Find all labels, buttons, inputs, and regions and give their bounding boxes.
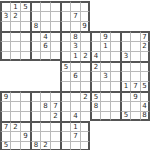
cell-r5c4[interactable] (40, 51, 50, 61)
cell-r2c7[interactable] (70, 21, 80, 31)
outside-area (130, 11, 140, 21)
cell-r0c3[interactable] (30, 1, 40, 11)
cell-r8c6[interactable] (60, 81, 70, 91)
cell-r8c7[interactable] (70, 81, 80, 91)
cell-r2c1[interactable] (10, 21, 20, 31)
cell-r1c3[interactable] (30, 11, 40, 21)
cell-r6c6: 5 (60, 61, 70, 71)
cell-r11c10[interactable] (100, 111, 110, 121)
cell-r11c5: 2 (50, 111, 60, 121)
cell-r5c6[interactable] (60, 51, 70, 61)
cell-r1c5[interactable] (50, 11, 60, 21)
given-digit: 8 (43, 103, 47, 110)
cell-r7c13[interactable] (130, 71, 140, 81)
cell-r0c4[interactable] (40, 1, 50, 11)
given-digit: 8 (142, 112, 146, 119)
outside-area (140, 21, 150, 31)
given-digit: 6 (43, 43, 47, 50)
cell-r10c11[interactable] (110, 101, 120, 111)
given-digit: 2 (13, 13, 17, 20)
cell-r7c11[interactable] (110, 71, 120, 81)
given-digit: 4 (94, 53, 98, 60)
cell-r4c3[interactable] (30, 41, 40, 51)
cell-r13c7: 7 (70, 131, 80, 141)
cell-r11c13[interactable] (130, 111, 140, 121)
given-digit: 5 (4, 142, 8, 149)
given-digit: 1 (73, 53, 77, 60)
cell-r0c6[interactable] (60, 1, 70, 11)
puzzle-image: 1532789489763121243526317592598784245872… (0, 0, 150, 150)
outside-area (110, 141, 120, 150)
outside-area (120, 121, 130, 131)
given-digit: 2 (43, 142, 47, 149)
cell-r6c11[interactable] (110, 61, 120, 71)
cell-r5c3[interactable] (30, 51, 40, 61)
outside-area (10, 71, 20, 81)
given-digit: 9 (133, 94, 137, 101)
given-digit: 2 (142, 43, 146, 50)
cell-r3c9[interactable] (90, 31, 100, 41)
cell-r6c7[interactable] (70, 61, 80, 71)
cell-r12c5[interactable] (50, 121, 60, 131)
cell-r4c10: 1 (100, 41, 110, 51)
cell-r13c6[interactable] (60, 131, 70, 141)
given-digit: 2 (13, 124, 17, 131)
cell-r10c5: 7 (50, 101, 60, 111)
cell-r2c8: 9 (80, 21, 90, 31)
cell-r0c2: 5 (20, 1, 30, 11)
cell-r14c2[interactable] (20, 141, 30, 150)
cell-r1c8[interactable] (80, 11, 90, 21)
cell-r3c5[interactable] (50, 31, 60, 41)
outside-area (10, 61, 20, 71)
cell-r12c4[interactable] (40, 121, 50, 131)
cell-r2c0[interactable] (0, 21, 10, 31)
given-digit: 5 (124, 112, 128, 119)
cell-r8c13: 7 (130, 81, 140, 91)
outside-area (140, 1, 150, 11)
cell-r9c6[interactable] (60, 91, 70, 101)
cell-r9c2[interactable] (20, 91, 30, 101)
cell-r3c14: 7 (140, 31, 150, 41)
outside-area (30, 61, 40, 71)
outside-area (110, 131, 120, 141)
cell-r10c13[interactable] (130, 101, 140, 111)
given-digit: 3 (124, 53, 128, 60)
cell-r5c2[interactable] (20, 51, 30, 61)
cell-r8c14: 5 (140, 81, 150, 91)
cell-r14c0: 5 (0, 141, 10, 150)
cell-r7c12[interactable] (120, 71, 130, 81)
cell-r12c3[interactable] (30, 121, 40, 131)
cell-r4c2[interactable] (20, 41, 30, 51)
outside-area (130, 1, 140, 11)
cell-r5c1[interactable] (10, 51, 20, 61)
outside-area (120, 1, 130, 11)
outside-area (130, 21, 140, 31)
cell-r4c13[interactable] (130, 41, 140, 51)
cell-r9c13: 9 (130, 91, 140, 101)
cell-r0c7[interactable] (70, 1, 80, 11)
cell-r14c4: 2 (40, 141, 50, 150)
outside-area (140, 121, 150, 131)
given-digit: 8 (94, 103, 98, 110)
cell-r11c11[interactable] (110, 111, 120, 121)
cell-r13c4[interactable] (40, 131, 50, 141)
outside-area (90, 121, 100, 131)
cell-r3c4: 4 (40, 31, 50, 41)
outside-area (40, 61, 50, 71)
outside-area (100, 131, 110, 141)
cell-r11c6[interactable] (60, 111, 70, 121)
cell-r7c9[interactable] (90, 71, 100, 81)
given-digit: 7 (133, 83, 137, 90)
cell-r12c2[interactable] (20, 121, 30, 131)
cell-r9c8: 2 (80, 91, 90, 101)
cell-r11c4[interactable] (40, 111, 50, 121)
outside-area (20, 71, 30, 81)
cell-r4c6[interactable] (60, 41, 70, 51)
cell-r13c3[interactable] (30, 131, 40, 141)
given-digit: 7 (73, 13, 77, 20)
cell-r10c14: 4 (140, 101, 150, 111)
cell-r8c10[interactable] (100, 81, 110, 91)
cell-r9c11[interactable] (110, 91, 120, 101)
cell-r10c3[interactable] (30, 101, 40, 111)
cell-r9c5[interactable] (50, 91, 60, 101)
cell-r2c5[interactable] (50, 21, 60, 31)
given-digit: 5 (94, 94, 98, 101)
cell-r3c11[interactable] (110, 31, 120, 41)
cell-r10c12[interactable] (120, 101, 130, 111)
given-digit: 2 (83, 94, 87, 101)
cell-r1c0: 3 (0, 11, 10, 21)
cell-r9c12[interactable] (120, 91, 130, 101)
given-digit: 3 (103, 73, 107, 80)
cell-r5c9: 4 (90, 51, 100, 61)
given-digit: 5 (23, 4, 27, 11)
cell-r10c6[interactable] (60, 101, 70, 111)
given-digit: 1 (124, 83, 128, 90)
outside-area (90, 141, 100, 150)
given-digit: 4 (43, 34, 47, 41)
given-digit: 2 (53, 113, 57, 120)
cell-r3c3[interactable] (30, 31, 40, 41)
outside-area (40, 81, 50, 91)
outside-area (130, 141, 140, 150)
outside-area (120, 131, 130, 141)
outside-area (130, 121, 140, 131)
cell-r7c10: 3 (100, 71, 110, 81)
cell-r3c8[interactable] (80, 31, 90, 41)
cell-r6c9: 2 (90, 61, 100, 71)
cell-r13c5[interactable] (50, 131, 60, 141)
outside-area (50, 81, 60, 91)
outside-area (110, 1, 120, 11)
cell-r4c8[interactable] (80, 41, 90, 51)
cell-r11c7: 4 (70, 111, 80, 121)
outside-area (0, 71, 10, 81)
outside-area (40, 71, 50, 81)
cell-r7c8[interactable] (80, 71, 90, 81)
outside-area (20, 61, 30, 71)
cell-r14c5[interactable] (50, 141, 60, 150)
cell-r10c0[interactable] (0, 101, 10, 111)
cell-r12c7: 1 (70, 121, 80, 131)
outside-area (10, 81, 20, 91)
cell-r3c1[interactable] (10, 31, 20, 41)
cell-r5c12: 3 (120, 51, 130, 61)
outside-area (110, 121, 120, 131)
cell-r12c0: 7 (0, 121, 10, 131)
cell-r8c8[interactable] (80, 81, 90, 91)
cell-r4c7: 3 (70, 41, 80, 51)
cell-r0c1: 1 (10, 1, 20, 11)
given-digit: 1 (13, 4, 17, 11)
cell-r9c0: 9 (0, 91, 10, 101)
given-digit: 7 (73, 133, 77, 140)
cell-r12c8[interactable] (80, 121, 90, 131)
outside-area (110, 11, 120, 21)
given-digit: 9 (4, 94, 8, 101)
cell-r3c10: 9 (100, 31, 110, 41)
outside-area (0, 61, 10, 71)
given-digit: 8 (73, 34, 77, 41)
cell-r5c14[interactable] (140, 51, 150, 61)
cell-r0c5[interactable] (50, 1, 60, 11)
cell-r7c6[interactable] (60, 71, 70, 81)
cell-r14c1[interactable] (10, 141, 20, 150)
cell-r13c2: 9 (20, 131, 30, 141)
cell-r3c0[interactable] (0, 31, 10, 41)
cell-r9c14[interactable] (140, 91, 150, 101)
cell-r5c0[interactable] (0, 51, 10, 61)
cell-r9c4[interactable] (40, 91, 50, 101)
cell-r4c0[interactable] (0, 41, 10, 51)
given-digit: 8 (34, 142, 38, 149)
cell-r10c8[interactable] (80, 101, 90, 111)
cell-r12c6[interactable] (60, 121, 70, 131)
cell-r8c11[interactable] (110, 81, 120, 91)
cell-r7c14[interactable] (140, 71, 150, 81)
given-digit: 3 (73, 43, 77, 50)
cell-r0c0[interactable] (0, 1, 10, 11)
cell-r2c4[interactable] (40, 21, 50, 31)
cell-r9c10[interactable] (100, 91, 110, 101)
outside-area (0, 81, 10, 91)
cell-r11c8[interactable] (80, 111, 90, 121)
cell-r11c12: 5 (120, 111, 130, 121)
outside-area (20, 81, 30, 91)
outside-area (110, 21, 120, 31)
given-digit: 2 (94, 64, 98, 71)
cell-r3c13[interactable] (130, 31, 140, 41)
given-digit: 1 (103, 43, 107, 50)
cell-r10c7[interactable] (70, 101, 80, 111)
cell-r10c1[interactable] (10, 101, 20, 111)
given-digit: 5 (64, 64, 68, 71)
cell-r4c9[interactable] (90, 41, 100, 51)
outside-area (130, 131, 140, 141)
cell-r4c12[interactable] (120, 41, 130, 51)
cell-r6c14[interactable] (140, 61, 150, 71)
outside-area (90, 21, 100, 31)
cell-r8c12: 1 (120, 81, 130, 91)
outside-area (90, 11, 100, 21)
given-digit: 2 (83, 53, 87, 60)
cell-r14c6[interactable] (60, 141, 70, 150)
cell-r2c3: 8 (30, 21, 40, 31)
cell-r13c8[interactable] (80, 131, 90, 141)
given-digit: 4 (142, 103, 146, 110)
outside-area (100, 121, 110, 131)
cell-r4c4: 6 (40, 41, 50, 51)
cell-r5c13[interactable] (130, 51, 140, 61)
outside-area (120, 141, 130, 150)
outside-area (50, 71, 60, 81)
outside-area (30, 81, 40, 91)
cell-r10c4: 8 (40, 101, 50, 111)
cell-r10c2[interactable] (20, 101, 30, 111)
outside-area (90, 1, 100, 11)
given-digit: 7 (4, 124, 8, 131)
cell-r0c8[interactable] (80, 1, 90, 11)
outside-area (140, 11, 150, 21)
outside-area (140, 141, 150, 150)
cell-r3c7: 8 (70, 31, 80, 41)
outside-area (100, 1, 110, 11)
cell-r1c7: 7 (70, 11, 80, 21)
cell-r5c11[interactable] (110, 51, 120, 61)
cell-r6c13[interactable] (130, 61, 140, 71)
outside-area (120, 21, 130, 31)
outside-area (120, 11, 130, 21)
cell-r3c2[interactable] (20, 31, 30, 41)
cell-r11c0[interactable] (0, 111, 10, 121)
cell-r14c8[interactable] (80, 141, 90, 150)
cell-r10c9: 8 (90, 101, 100, 111)
cell-r9c9: 5 (90, 91, 100, 101)
cell-r8c9[interactable] (90, 81, 100, 91)
outside-area (50, 61, 60, 71)
cell-r5c8: 2 (80, 51, 90, 61)
cell-r4c1[interactable] (10, 41, 20, 51)
cell-r5c7: 1 (70, 51, 80, 61)
given-digit: 7 (142, 34, 146, 41)
cell-r7c7: 6 (70, 71, 80, 81)
cell-r3c12[interactable] (120, 31, 130, 41)
cell-r14c7[interactable] (70, 141, 80, 150)
cell-r11c9[interactable] (90, 111, 100, 121)
outside-area (90, 131, 100, 141)
outside-area (100, 21, 110, 31)
given-digit: 9 (23, 133, 27, 140)
cell-r11c3[interactable] (30, 111, 40, 121)
cell-r4c14: 2 (140, 41, 150, 51)
given-digit: 9 (82, 23, 86, 30)
cell-r1c6[interactable] (60, 11, 70, 21)
cell-r1c1: 2 (10, 11, 20, 21)
outside-area (30, 71, 40, 81)
cell-r13c0[interactable] (0, 131, 10, 141)
given-digit: 5 (142, 83, 146, 90)
given-digit: 6 (73, 73, 77, 80)
cell-r13c1[interactable] (10, 131, 20, 141)
cell-r12c1: 2 (10, 121, 20, 131)
cell-r6c8[interactable] (80, 61, 90, 71)
cell-r1c4[interactable] (40, 11, 50, 21)
cell-r6c12[interactable] (120, 61, 130, 71)
cell-r6c10[interactable] (100, 61, 110, 71)
given-digit: 1 (73, 124, 77, 131)
cell-r4c11[interactable] (110, 41, 120, 51)
cell-r2c6[interactable] (60, 21, 70, 31)
given-digit: 3 (4, 13, 8, 20)
cell-r11c2[interactable] (20, 111, 30, 121)
cell-r11c1[interactable] (10, 111, 20, 121)
cell-r9c7[interactable] (70, 91, 80, 101)
cell-r2c2[interactable] (20, 21, 30, 31)
cell-r10c10[interactable] (100, 101, 110, 111)
given-digit: 9 (103, 34, 107, 41)
cell-r9c3[interactable] (30, 91, 40, 101)
cell-r3c6[interactable] (60, 31, 70, 41)
cell-r14c3: 8 (30, 141, 40, 150)
given-digit: 8 (34, 23, 38, 30)
outside-area (140, 131, 150, 141)
outside-area (100, 11, 110, 21)
given-digit: 4 (73, 113, 77, 120)
given-digit: 7 (53, 103, 57, 110)
cell-r5c5[interactable] (50, 51, 60, 61)
cell-r4c5[interactable] (50, 41, 60, 51)
cell-r1c2[interactable] (20, 11, 30, 21)
cell-r11c14: 8 (140, 111, 150, 121)
sudoku-board: 1532789489763121243526317592598784245872… (0, 1, 150, 150)
outside-area (100, 141, 110, 150)
cell-r5c10[interactable] (100, 51, 110, 61)
cell-r9c1[interactable] (10, 91, 20, 101)
